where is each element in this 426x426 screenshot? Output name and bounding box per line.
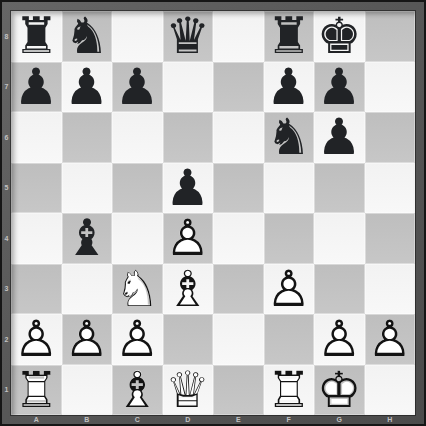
square-e6[interactable] [213,112,264,163]
square-c7[interactable]: ♟ [112,62,163,113]
square-c2[interactable]: ♟♙ [112,314,163,365]
piece-outline-layer: ♘ [112,264,163,315]
square-f5[interactable] [264,163,315,214]
black-rook[interactable]: ♜ [11,11,62,62]
black-knight[interactable]: ♞ [264,112,315,163]
piece-fill-layer: ♝ [62,213,113,264]
square-b7[interactable]: ♟ [62,62,113,113]
rank-label-5: 5 [2,163,11,214]
square-g1[interactable]: ♚♔ [314,365,365,416]
piece-outline-layer: ♕ [163,365,214,416]
chess-board: ♜♞♛♜♚♟♟♟♟♟♞♟♟♝♟♙♞♘♝♗♟♙♟♙♟♙♟♙♟♙♟♙♜♖♝♗♛♕♜♖… [11,11,415,415]
white-pawn[interactable]: ♟♙ [62,314,113,365]
square-c3[interactable]: ♞♘ [112,264,163,315]
square-f1[interactable]: ♜♖ [264,365,315,416]
square-b2[interactable]: ♟♙ [62,314,113,365]
square-c5[interactable] [112,163,163,214]
square-g6[interactable]: ♟ [314,112,365,163]
piece-fill-layer: ♟ [11,62,62,113]
square-e8[interactable] [213,11,264,62]
piece-outline-layer: ♙ [112,314,163,365]
square-g7[interactable]: ♟ [314,62,365,113]
piece-fill-layer: ♛ [163,11,214,62]
white-pawn[interactable]: ♟♙ [163,213,214,264]
square-b5[interactable] [62,163,113,214]
rank-label-6: 6 [2,112,11,163]
black-pawn[interactable]: ♟ [11,62,62,113]
square-c4[interactable] [112,213,163,264]
square-c1[interactable]: ♝♗ [112,365,163,416]
square-f6[interactable]: ♞ [264,112,315,163]
black-pawn[interactable]: ♟ [314,62,365,113]
square-d2[interactable] [163,314,214,365]
black-king[interactable]: ♚ [314,11,365,62]
square-h8[interactable] [365,11,416,62]
black-rook[interactable]: ♜ [264,11,315,62]
black-pawn[interactable]: ♟ [62,62,113,113]
square-h2[interactable]: ♟♙ [365,314,416,365]
chess-board-frame: 87654321 ABCDEFGH ♜♞♛♜♚♟♟♟♟♟♞♟♟♝♟♙♞♘♝♗♟♙… [0,0,426,426]
file-label-b: B [62,415,113,424]
rank-label-3: 3 [2,264,11,315]
black-knight[interactable]: ♞ [62,11,113,62]
piece-fill-layer: ♟ [163,163,214,214]
white-pawn[interactable]: ♟♙ [112,314,163,365]
piece-outline-layer: ♗ [112,365,163,416]
rank-label-2: 2 [2,314,11,365]
piece-fill-layer: ♚ [314,11,365,62]
square-e5[interactable] [213,163,264,214]
square-g5[interactable] [314,163,365,214]
square-f3[interactable]: ♟♙ [264,264,315,315]
white-pawn[interactable]: ♟♙ [365,314,416,365]
square-b3[interactable] [62,264,113,315]
white-pawn[interactable]: ♟♙ [11,314,62,365]
black-queen[interactable]: ♛ [163,11,214,62]
square-a5[interactable] [11,163,62,214]
square-a1[interactable]: ♜♖ [11,365,62,416]
piece-fill-layer: ♟ [112,62,163,113]
piece-outline-layer: ♖ [11,365,62,416]
piece-outline-layer: ♖ [264,365,315,416]
white-bishop[interactable]: ♝♗ [163,264,214,315]
square-d3[interactable]: ♝♗ [163,264,214,315]
square-a7[interactable]: ♟ [11,62,62,113]
white-rook[interactable]: ♜♖ [264,365,315,416]
piece-outline-layer: ♙ [264,264,315,315]
piece-fill-layer: ♜ [264,11,315,62]
black-pawn[interactable]: ♟ [314,112,365,163]
square-d4[interactable]: ♟♙ [163,213,214,264]
square-a6[interactable] [11,112,62,163]
square-f7[interactable]: ♟ [264,62,315,113]
piece-outline-layer: ♙ [163,213,214,264]
square-d7[interactable] [163,62,214,113]
square-f4[interactable] [264,213,315,264]
piece-fill-layer: ♞ [62,11,113,62]
piece-fill-layer: ♟ [264,62,315,113]
square-g8[interactable]: ♚ [314,11,365,62]
square-e2[interactable] [213,314,264,365]
piece-outline-layer: ♔ [314,365,365,416]
white-pawn[interactable]: ♟♙ [264,264,315,315]
square-e1[interactable] [213,365,264,416]
white-queen[interactable]: ♛♕ [163,365,214,416]
piece-outline-layer: ♙ [314,314,365,365]
square-h3[interactable] [365,264,416,315]
black-pawn[interactable]: ♟ [264,62,315,113]
square-f2[interactable] [264,314,315,365]
square-e3[interactable] [213,264,264,315]
square-b6[interactable] [62,112,113,163]
square-c6[interactable] [112,112,163,163]
piece-fill-layer: ♟ [62,62,113,113]
square-e4[interactable] [213,213,264,264]
file-label-e: E [213,415,264,424]
square-c8[interactable] [112,11,163,62]
black-pawn[interactable]: ♟ [112,62,163,113]
piece-outline-layer: ♙ [365,314,416,365]
square-a3[interactable] [11,264,62,315]
square-h5[interactable] [365,163,416,214]
white-rook[interactable]: ♜♖ [11,365,62,416]
square-g2[interactable]: ♟♙ [314,314,365,365]
file-label-h: H [365,415,416,424]
black-pawn[interactable]: ♟ [163,163,214,214]
rank-label-4: 4 [2,213,11,264]
white-bishop[interactable]: ♝♗ [112,365,163,416]
black-bishop[interactable]: ♝ [62,213,113,264]
square-h4[interactable] [365,213,416,264]
square-d1[interactable]: ♛♕ [163,365,214,416]
piece-outline-layer: ♙ [62,314,113,365]
white-knight[interactable]: ♞♘ [112,264,163,315]
square-b8[interactable]: ♞ [62,11,113,62]
square-h7[interactable] [365,62,416,113]
white-pawn[interactable]: ♟♙ [314,314,365,365]
piece-fill-layer: ♟ [314,112,365,163]
square-d6[interactable] [163,112,214,163]
rank-labels: 87654321 [2,11,11,415]
square-h6[interactable] [365,112,416,163]
square-g3[interactable] [314,264,365,315]
rank-label-1: 1 [2,365,11,416]
rank-label-8: 8 [2,11,11,62]
square-a8[interactable]: ♜ [11,11,62,62]
piece-fill-layer: ♟ [314,62,365,113]
piece-outline-layer: ♙ [11,314,62,365]
square-f8[interactable]: ♜ [264,11,315,62]
square-b4[interactable]: ♝ [62,213,113,264]
white-king[interactable]: ♚♔ [314,365,365,416]
rank-label-7: 7 [2,62,11,113]
square-b1[interactable] [62,365,113,416]
square-a4[interactable] [11,213,62,264]
piece-outline-layer: ♗ [163,264,214,315]
piece-fill-layer: ♞ [264,112,315,163]
square-d5[interactable]: ♟ [163,163,214,214]
square-g4[interactable] [314,213,365,264]
square-h1[interactable] [365,365,416,416]
square-d8[interactable]: ♛ [163,11,214,62]
square-a2[interactable]: ♟♙ [11,314,62,365]
square-e7[interactable] [213,62,264,113]
piece-fill-layer: ♜ [11,11,62,62]
